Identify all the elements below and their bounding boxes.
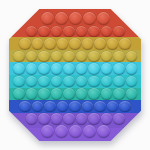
pop-bubble[interactable] [76, 76, 88, 88]
pop-bubble[interactable] [113, 51, 125, 63]
pop-bubble[interactable] [51, 88, 63, 100]
pop-bubble[interactable] [63, 63, 75, 75]
pop-bubble[interactable] [19, 38, 31, 50]
bubble-row [9, 38, 141, 51]
pop-bubble[interactable] [41, 12, 54, 25]
board-shadow [0, 0, 150, 150]
bubble-row [9, 12, 141, 25]
pop-bubble[interactable] [119, 38, 131, 50]
pop-bubble[interactable] [76, 51, 88, 63]
pop-bubble[interactable] [83, 12, 96, 25]
pop-bubble[interactable] [19, 101, 31, 113]
pop-bubble[interactable] [26, 88, 38, 100]
pop-bubble[interactable] [57, 101, 69, 113]
pop-bubble[interactable] [101, 51, 113, 63]
pop-bubble[interactable] [38, 113, 50, 125]
bubble-row [9, 113, 141, 126]
pop-bubble[interactable] [38, 76, 50, 88]
pop-bubble[interactable] [113, 113, 125, 125]
photo-background [0, 0, 150, 150]
pop-bubble[interactable] [88, 88, 100, 100]
pop-bubble[interactable] [82, 101, 94, 113]
pop-bubble[interactable] [113, 76, 125, 88]
pop-bubble[interactable] [88, 113, 100, 125]
pop-bubble[interactable] [51, 63, 63, 75]
pop-bubble[interactable] [41, 125, 54, 138]
bubble-row [9, 63, 141, 76]
pop-bubble[interactable] [76, 63, 88, 75]
pop-bubble[interactable] [32, 101, 44, 113]
pop-bubble[interactable] [51, 51, 63, 63]
pop-bubble[interactable] [26, 63, 38, 75]
pop-bubble[interactable] [76, 26, 88, 38]
pop-bubble[interactable] [63, 76, 75, 88]
pop-bubble[interactable] [13, 88, 25, 100]
pop-bubble[interactable] [97, 12, 110, 25]
bubble-row [9, 88, 141, 101]
pop-bubble[interactable] [126, 76, 138, 88]
pop-bubble[interactable] [13, 63, 25, 75]
pop-bubble[interactable] [63, 113, 75, 125]
pop-bubble[interactable] [107, 101, 119, 113]
bubble-row [9, 50, 141, 63]
bubble-row [9, 100, 141, 113]
pop-bubble[interactable] [113, 26, 125, 38]
pop-bubble[interactable] [126, 88, 138, 100]
pop-bubble[interactable] [101, 88, 113, 100]
pop-bubble[interactable] [55, 125, 68, 138]
pop-bubble[interactable] [69, 38, 81, 50]
pop-bubble[interactable] [69, 12, 82, 25]
pop-bubble[interactable] [113, 88, 125, 100]
pop-bubble[interactable] [57, 38, 69, 50]
pop-bubble[interactable] [94, 38, 106, 50]
pop-bubble[interactable] [44, 101, 56, 113]
pop-bubble[interactable] [126, 63, 138, 75]
pop-bubble[interactable] [13, 76, 25, 88]
pop-bubble[interactable] [32, 38, 44, 50]
bubble-row [9, 75, 141, 88]
pop-bubble[interactable] [94, 101, 106, 113]
pop-bubble[interactable] [126, 51, 138, 63]
pop-bubble[interactable] [63, 88, 75, 100]
pop-bubble[interactable] [107, 38, 119, 50]
pop-bubble[interactable] [113, 63, 125, 75]
pop-bubble[interactable] [97, 125, 110, 138]
pop-bubble[interactable] [119, 101, 131, 113]
pop-bubble[interactable] [38, 88, 50, 100]
pop-bubble[interactable] [26, 26, 38, 38]
pop-bubble[interactable] [76, 88, 88, 100]
pop-bubble[interactable] [51, 113, 63, 125]
pop-bubble[interactable] [55, 12, 68, 25]
pop-bubble[interactable] [38, 51, 50, 63]
pop-bubble[interactable] [38, 26, 50, 38]
pop-bubble[interactable] [38, 63, 50, 75]
pop-bubble[interactable] [101, 113, 113, 125]
bubble-row [9, 125, 141, 138]
pop-bubble[interactable] [69, 101, 81, 113]
pop-bubble[interactable] [101, 63, 113, 75]
bubble-row [9, 25, 141, 38]
pop-bubble[interactable] [88, 63, 100, 75]
pop-bubble[interactable] [101, 26, 113, 38]
pop-bubble[interactable] [26, 76, 38, 88]
pop-bubble[interactable] [63, 26, 75, 38]
bubble-rows [9, 12, 141, 138]
pop-bubble[interactable] [88, 26, 100, 38]
pop-bubble[interactable] [13, 51, 25, 63]
pop-bubble[interactable] [63, 51, 75, 63]
pop-bubble[interactable] [51, 26, 63, 38]
pop-bubble[interactable] [26, 51, 38, 63]
pop-bubble[interactable] [26, 113, 38, 125]
pop-bubble[interactable] [69, 125, 82, 138]
pop-bubble[interactable] [44, 38, 56, 50]
pop-bubble[interactable] [83, 125, 96, 138]
pop-bubble[interactable] [88, 51, 100, 63]
pop-bubble[interactable] [76, 113, 88, 125]
pop-it-board [9, 9, 141, 141]
pop-bubble[interactable] [101, 76, 113, 88]
pop-bubble[interactable] [88, 76, 100, 88]
pop-bubble[interactable] [82, 38, 94, 50]
pop-bubble[interactable] [51, 76, 63, 88]
